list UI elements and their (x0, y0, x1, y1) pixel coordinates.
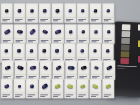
gem-box (26, 79, 39, 99)
label-text-mark (91, 96, 96, 97)
gemstone (80, 84, 85, 88)
gem-box (1, 24, 14, 44)
gemstone (17, 65, 24, 71)
gemstone (43, 9, 47, 13)
box-label (40, 94, 51, 98)
gem-box (52, 24, 65, 44)
card-patch (120, 58, 129, 64)
label-text-mark (53, 21, 58, 22)
gemstone (106, 49, 110, 53)
label-text-mark (28, 21, 33, 22)
gemstone (42, 49, 46, 53)
gemstone (30, 84, 34, 88)
label-text-mark (15, 96, 20, 97)
box-label (14, 94, 25, 98)
gemstone (80, 65, 87, 70)
gemstone (107, 30, 111, 34)
gemstone (94, 30, 98, 34)
gem-box (27, 60, 40, 80)
label-text-mark (15, 21, 20, 22)
gem-box (89, 3, 102, 23)
gemstone (68, 49, 72, 53)
gemstone (17, 49, 21, 53)
label-text-mark (78, 21, 83, 22)
gemstone (105, 84, 111, 89)
label-text-mark (2, 21, 7, 22)
card-text-line (117, 65, 137, 67)
gem-box (40, 60, 53, 80)
card-edge-patch (138, 56, 140, 63)
gem-box (102, 79, 115, 99)
gem-box (77, 24, 90, 44)
gem-box (52, 60, 65, 80)
gem-box (26, 3, 39, 23)
gemstone (54, 84, 61, 89)
gem-box (2, 60, 15, 80)
gemstone (94, 66, 99, 70)
gemstone (68, 9, 72, 13)
gem-box (1, 79, 14, 99)
gemstone (81, 9, 85, 13)
gemstone (5, 9, 9, 13)
gemstone (30, 49, 34, 53)
gemstone (55, 9, 59, 13)
gemstone (4, 84, 10, 89)
box-label (65, 94, 76, 98)
label-text-mark (40, 21, 45, 22)
label-text-mark (53, 96, 58, 97)
gem-box (13, 3, 26, 23)
box-label (40, 18, 51, 22)
gemstone (4, 65, 11, 70)
gem-box (13, 79, 26, 99)
gem-box (26, 24, 39, 44)
card-patch (121, 31, 130, 37)
card-patch-column (120, 24, 130, 64)
gemstone (18, 85, 21, 88)
gemstone (106, 65, 113, 71)
gemstone (30, 65, 37, 70)
gemstone (17, 29, 24, 34)
gemstone (43, 65, 49, 71)
gem-box (77, 79, 90, 99)
box-label (78, 94, 89, 98)
gem-box (64, 79, 77, 99)
gemstone (80, 49, 84, 53)
gem-box (90, 24, 103, 44)
gem-box (39, 79, 52, 99)
gem-box (90, 60, 103, 80)
gemstone (55, 49, 59, 53)
card-text-dot (117, 68, 125, 69)
box-label (27, 94, 38, 98)
box-label (90, 18, 101, 22)
gem-box (64, 24, 77, 44)
gemstone (106, 9, 110, 13)
photo-stage (0, 0, 140, 105)
gem-box (1, 3, 14, 23)
gemstone (30, 9, 34, 13)
label-text-mark (66, 96, 71, 97)
box-label (2, 18, 13, 22)
gem-box (51, 3, 64, 23)
gem-box (14, 60, 27, 80)
box-label (52, 94, 63, 98)
gem-box (51, 79, 64, 99)
box-label (2, 94, 13, 98)
gem-box (77, 3, 90, 23)
box-label (14, 18, 25, 22)
box-label (52, 18, 63, 22)
label-text-mark (78, 96, 83, 97)
box-label (103, 18, 114, 22)
card-edge-patch (138, 41, 140, 48)
gem-box (102, 3, 115, 23)
label-text-mark (104, 21, 109, 22)
gem-box (14, 24, 27, 44)
card-patch (121, 44, 130, 50)
gem-box (39, 24, 52, 44)
gem-box (89, 79, 102, 99)
gemstone (4, 49, 8, 53)
label-text-mark (104, 96, 109, 97)
gemstone (54, 29, 61, 34)
gem-box (78, 60, 91, 80)
gemstone (69, 30, 73, 34)
gemstone (67, 65, 75, 70)
gemstone (3, 29, 11, 35)
box-label (65, 18, 76, 22)
card-patch (121, 38, 130, 44)
photo-viewport (0, 0, 140, 105)
gemstone (41, 83, 49, 90)
box-label (27, 18, 38, 22)
box-label (78, 18, 89, 22)
gemstone (55, 65, 62, 71)
box-label (103, 94, 114, 98)
card-patch (121, 51, 130, 57)
gemstone (42, 29, 49, 35)
label-text-mark (40, 96, 45, 97)
gemstone (67, 84, 74, 89)
gem-box (102, 24, 115, 44)
gem-box (64, 3, 77, 23)
label-text-mark (91, 21, 96, 22)
label-text-mark (28, 96, 33, 97)
gemstone (92, 83, 99, 89)
gem-box (39, 3, 52, 23)
box-label (90, 94, 101, 98)
gem-box (103, 60, 116, 80)
gemstone (29, 28, 37, 35)
gem-box (65, 60, 78, 80)
gemstone (93, 49, 97, 53)
gemstone (17, 9, 21, 13)
card-edge-patch (138, 25, 140, 31)
gemstone (94, 9, 98, 13)
color-calibration-card (111, 21, 140, 97)
card-patch (122, 24, 131, 30)
label-text-mark (2, 96, 7, 97)
label-text-mark (66, 21, 71, 22)
gemstone (82, 30, 86, 34)
